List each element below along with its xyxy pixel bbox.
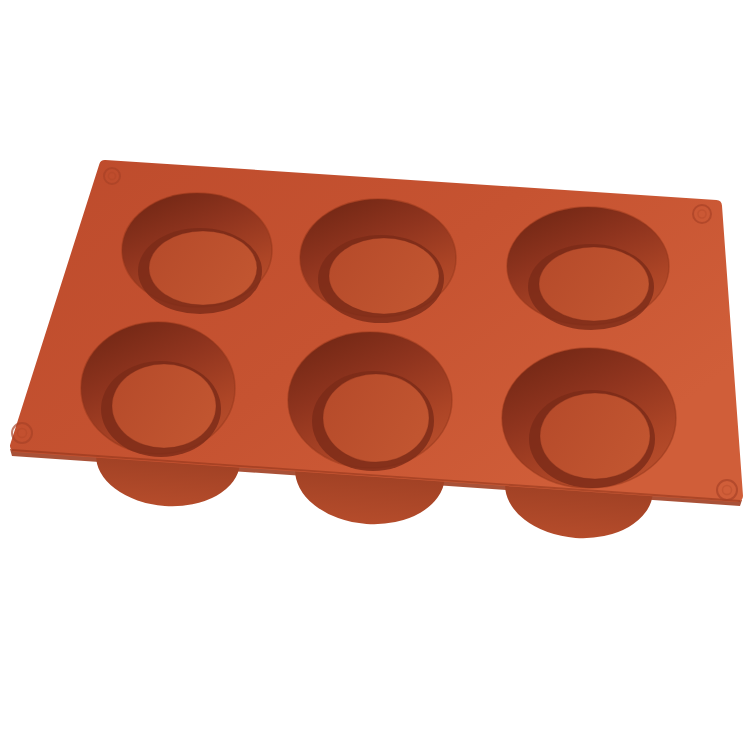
cavity-bottom-disc <box>112 364 216 448</box>
muffin-mold-image <box>0 0 750 750</box>
cavity-bottom-disc <box>323 374 429 462</box>
cavity-bottom-disc <box>329 238 439 314</box>
cavity-bottom-disc <box>540 393 650 479</box>
product-photo <box>0 0 750 750</box>
cavity-bottom-disc <box>149 231 257 305</box>
cavity-bottom-disc <box>539 247 649 321</box>
cavity-6 <box>502 348 676 488</box>
